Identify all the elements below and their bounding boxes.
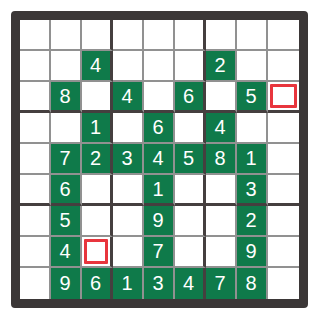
cell-digit: 2 (214, 55, 225, 75)
cell-r1c6[interactable] (175, 20, 206, 51)
cell-digit: 8 (59, 86, 70, 106)
red-outline-marker (84, 239, 108, 264)
cell-r8c5[interactable]: 7 (144, 237, 175, 268)
cell-digit: 1 (152, 179, 163, 199)
cell-digit: 9 (152, 210, 163, 230)
cell-r4c5[interactable]: 6 (144, 113, 175, 144)
cell-digit: 4 (121, 86, 132, 106)
cell-r1c4[interactable] (113, 20, 144, 51)
cell-r8c1[interactable] (20, 237, 51, 268)
cell-digit: 6 (152, 117, 163, 137)
cell-r2c4[interactable] (113, 51, 144, 82)
cell-r6c3[interactable] (82, 175, 113, 206)
cell-r2c5[interactable] (144, 51, 175, 82)
cell-r2c7[interactable]: 2 (206, 51, 237, 82)
cell-r9c9[interactable] (268, 268, 299, 299)
cell-r5c9[interactable] (268, 144, 299, 175)
cell-r1c1[interactable] (20, 20, 51, 51)
cell-r6c9[interactable] (268, 175, 299, 206)
cell-digit: 3 (152, 273, 163, 293)
cell-r3c5[interactable] (144, 82, 175, 113)
board-frame: 42846516472345816135924799613478 (11, 11, 308, 308)
cell-r7c7[interactable] (206, 206, 237, 237)
cell-r9c7[interactable]: 7 (206, 268, 237, 299)
cell-r1c9[interactable] (268, 20, 299, 51)
cell-r2c6[interactable] (175, 51, 206, 82)
cell-r4c9[interactable] (268, 113, 299, 144)
cell-r8c8[interactable]: 9 (237, 237, 268, 268)
cell-digit: 5 (59, 210, 70, 230)
page-background: 42846516472345816135924799613478 (0, 0, 318, 318)
cell-digit: 5 (245, 86, 256, 106)
cell-r8c6[interactable] (175, 237, 206, 268)
cell-digit: 4 (90, 55, 101, 75)
cell-digit: 6 (90, 273, 101, 293)
cell-r4c1[interactable] (20, 113, 51, 144)
cell-r7c5[interactable]: 9 (144, 206, 175, 237)
cell-digit: 8 (214, 148, 225, 168)
cell-r5c2[interactable]: 7 (51, 144, 82, 175)
cell-digit: 4 (214, 117, 225, 137)
cell-r1c7[interactable] (206, 20, 237, 51)
cell-digit: 6 (183, 86, 194, 106)
cell-r3c6[interactable]: 6 (175, 82, 206, 113)
puzzle-grid: 42846516472345816135924799613478 (20, 20, 299, 299)
cell-r6c7[interactable] (206, 175, 237, 206)
cell-r4c6[interactable] (175, 113, 206, 144)
cell-r3c9[interactable] (268, 82, 299, 113)
cell-r5c4[interactable]: 3 (113, 144, 144, 175)
cell-r7c3[interactable] (82, 206, 113, 237)
cell-r3c8[interactable]: 5 (237, 82, 268, 113)
cell-r9c4[interactable]: 1 (113, 268, 144, 299)
cell-r6c8[interactable]: 3 (237, 175, 268, 206)
cell-digit: 4 (183, 273, 194, 293)
cell-r6c4[interactable] (113, 175, 144, 206)
cell-r3c7[interactable] (206, 82, 237, 113)
cell-r7c2[interactable]: 5 (51, 206, 82, 237)
cell-r2c9[interactable] (268, 51, 299, 82)
cell-r7c4[interactable] (113, 206, 144, 237)
cell-digit: 5 (183, 148, 194, 168)
cell-r5c1[interactable] (20, 144, 51, 175)
cell-digit: 4 (59, 241, 70, 261)
cell-digit: 8 (245, 273, 256, 293)
cell-r9c1[interactable] (20, 268, 51, 299)
cell-r2c2[interactable] (51, 51, 82, 82)
cell-r8c3[interactable] (82, 237, 113, 268)
cell-r1c8[interactable] (237, 20, 268, 51)
cell-r2c8[interactable] (237, 51, 268, 82)
cell-r3c2[interactable]: 8 (51, 82, 82, 113)
cell-digit: 9 (59, 273, 70, 293)
cell-r5c6[interactable]: 5 (175, 144, 206, 175)
cell-r4c8[interactable] (237, 113, 268, 144)
cell-r6c6[interactable] (175, 175, 206, 206)
cell-r4c3[interactable]: 1 (82, 113, 113, 144)
cell-r7c6[interactable] (175, 206, 206, 237)
cell-digit: 3 (121, 148, 132, 168)
cell-r8c9[interactable] (268, 237, 299, 268)
cell-digit: 1 (90, 117, 101, 137)
cell-r5c8[interactable]: 1 (237, 144, 268, 175)
cell-r1c2[interactable] (51, 20, 82, 51)
cell-r5c3[interactable]: 2 (82, 144, 113, 175)
cell-r9c3[interactable]: 6 (82, 268, 113, 299)
cell-r1c5[interactable] (144, 20, 175, 51)
cell-digit: 7 (152, 241, 163, 261)
cell-r3c4[interactable]: 4 (113, 82, 144, 113)
cell-r8c2[interactable]: 4 (51, 237, 82, 268)
cell-r2c3[interactable]: 4 (82, 51, 113, 82)
cell-r4c7[interactable]: 4 (206, 113, 237, 144)
cell-r4c4[interactable] (113, 113, 144, 144)
cell-r9c2[interactable]: 9 (51, 268, 82, 299)
cell-r9c5[interactable]: 3 (144, 268, 175, 299)
cell-r7c8[interactable]: 2 (237, 206, 268, 237)
cell-r6c1[interactable] (20, 175, 51, 206)
cell-r9c6[interactable]: 4 (175, 268, 206, 299)
cell-digit: 7 (59, 148, 70, 168)
cell-r5c7[interactable]: 8 (206, 144, 237, 175)
cell-r4c2[interactable] (51, 113, 82, 144)
cell-r6c2[interactable]: 6 (51, 175, 82, 206)
cell-r3c1[interactable] (20, 82, 51, 113)
cell-digit: 1 (121, 273, 132, 293)
cell-r5c5[interactable]: 4 (144, 144, 175, 175)
cell-r1c3[interactable] (82, 20, 113, 51)
cell-digit: 4 (152, 148, 163, 168)
cell-digit: 1 (245, 148, 256, 168)
cell-r6c5[interactable]: 1 (144, 175, 175, 206)
cell-digit: 2 (245, 210, 256, 230)
cell-digit: 2 (90, 148, 101, 168)
cell-r7c1[interactable] (20, 206, 51, 237)
cell-digit: 9 (245, 241, 256, 261)
cell-digit: 6 (59, 179, 70, 199)
cell-digit: 7 (214, 273, 225, 293)
cell-r9c8[interactable]: 8 (237, 268, 268, 299)
cell-r2c1[interactable] (20, 51, 51, 82)
cell-r8c4[interactable] (113, 237, 144, 268)
cell-r3c3[interactable] (82, 82, 113, 113)
cell-digit: 3 (245, 179, 256, 199)
cell-r7c9[interactable] (268, 206, 299, 237)
red-outline-marker (270, 84, 297, 108)
cell-r8c7[interactable] (206, 237, 237, 268)
